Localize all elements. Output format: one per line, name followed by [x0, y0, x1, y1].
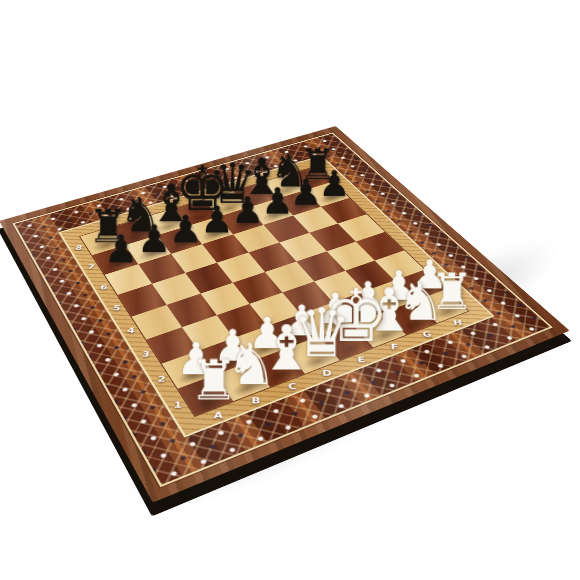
piece-black-pawn[interactable]: ♟: [290, 174, 322, 210]
piece-black-pawn[interactable]: ♟: [104, 230, 139, 269]
piece-black-pawn[interactable]: ♟: [169, 210, 203, 248]
chess-board: ♜♞♝♚♛♝♞♜♟♟♟♟♟♟♟♟♟♟♟♟♟♟♟♟♜♞♝♛♚♝♞♜ ABCDEFG…: [0, 126, 570, 503]
piece-black-pawn[interactable]: ♟: [200, 201, 233, 238]
piece-black-pawn[interactable]: ♟: [319, 166, 351, 202]
piece-black-pawn[interactable]: ♟: [231, 192, 264, 229]
piece-black-pawn[interactable]: ♟: [261, 183, 294, 219]
product-photo-scene: ♜♞♝♚♛♝♞♜♟♟♟♟♟♟♟♟♟♟♟♟♟♟♟♟♜♞♝♛♚♝♞♜ ABCDEFG…: [0, 0, 580, 580]
piece-black-pawn[interactable]: ♟: [137, 220, 171, 258]
piece-white-rook[interactable]: ♜: [189, 352, 238, 407]
